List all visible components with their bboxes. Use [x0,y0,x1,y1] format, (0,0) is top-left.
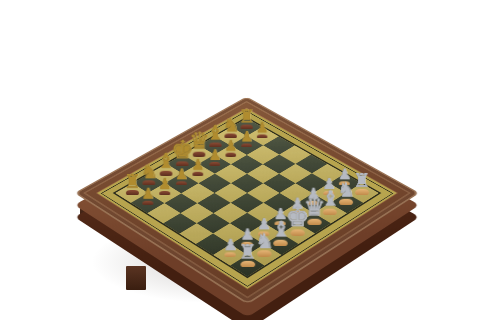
piece-figure: ♜ [354,171,371,196]
piece-wood-base [355,189,369,196]
gold-pawn-icon: ♟ [175,167,188,182]
piece-wood-base [257,134,268,139]
gold-pawn-icon: ♟ [224,139,237,154]
gold-pawn-icon: ♟ [240,130,253,145]
chess-set-photo: ♜♟♟♜♞♟♟♞♝♟♟♝♛♟♟♛♚♟♟♚♝♟♟♝♞♟♟♞♜♟♟♜ [0,0,480,320]
piece-wood-base [193,172,204,177]
piece-wood-base [274,240,288,247]
gold-rook-icon: ♜ [239,107,255,125]
piece-figure: ♝ [157,151,176,177]
gold-pawn-icon: ♟ [141,187,155,202]
piece-figure: ♞ [222,115,239,139]
piece-figure: ♜ [239,107,255,130]
gold-rook-icon: ♜ [123,172,140,191]
piece-wood-base [240,261,255,268]
gold-knight-icon: ♞ [140,161,158,181]
piece-figure: ♟ [192,158,205,177]
piece-figure: ♟ [240,130,253,148]
piece-wood-base [323,209,337,216]
gold-knight-icon: ♞ [222,115,239,134]
piece-figure: ♟ [223,238,237,258]
piece-wood-base [241,143,252,148]
gold-pawn-icon: ♟ [158,177,171,192]
silver-bishop-icon: ♝ [272,219,291,241]
piece-wood-base [257,250,272,257]
silver-rook-icon: ♜ [238,242,256,262]
gold-pawn-icon: ♟ [208,148,221,163]
piece-wood-base [142,201,153,206]
silver-knight-icon: ♞ [255,231,274,252]
piece-wood-base [225,153,236,158]
gold-pawn-icon: ♟ [256,121,269,135]
piece-figure: ♟ [224,139,237,157]
piece-wood-base [159,191,170,196]
piece-figure: ♞ [255,231,274,258]
piece-wood-base [176,181,187,186]
piece-figure: ♞ [337,180,355,206]
gold-bishop-icon: ♝ [157,151,176,172]
piece-figure: ♟ [141,187,155,206]
piece-wood-base [224,253,235,258]
piece-wood-base [209,162,220,167]
piece-figure: ♜ [238,242,256,268]
piece-figure: ♝ [272,219,291,247]
silver-knight-icon: ♞ [337,180,355,200]
piece-wood-base [291,229,305,236]
piece-figure: ♟ [208,148,221,167]
piece-figure: ♟ [256,121,269,139]
piece-wood-base [339,199,353,206]
piece-figure: ♜ [123,172,140,196]
square-a6 [263,136,295,154]
square-e4 [230,193,263,213]
silver-pawn-icon: ♟ [223,238,237,254]
piece-wood-base [125,190,138,196]
piece-figure: ♟ [175,167,188,186]
piece-figure: ♟ [158,177,171,196]
piece-figure: ♞ [140,161,158,186]
gold-pawn-icon: ♟ [192,158,205,173]
board-foot-left [126,266,146,290]
square-c6 [231,155,263,174]
silver-rook-icon: ♜ [354,171,371,190]
